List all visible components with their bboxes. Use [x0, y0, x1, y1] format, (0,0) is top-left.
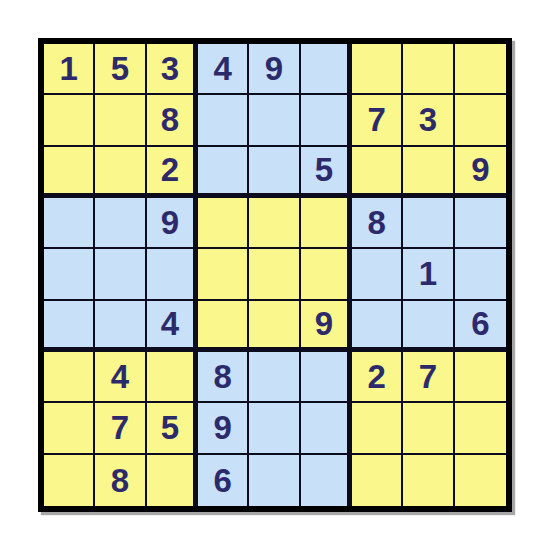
cell-r5c5[interactable] [249, 249, 300, 300]
sudoku-board: 15349873259981496482775986 [38, 38, 512, 512]
cell-r8c8[interactable] [403, 403, 454, 454]
given-digit: 8 [161, 103, 179, 136]
cell-r3c2[interactable] [95, 147, 146, 198]
given-digit: 9 [213, 411, 231, 444]
given-digit: 1 [59, 52, 77, 85]
cell-r6c8[interactable] [403, 301, 454, 352]
cell-r3c8[interactable] [403, 147, 454, 198]
cell-r9c9[interactable] [455, 455, 506, 506]
given-digit: 8 [213, 360, 231, 393]
cell-r4c8[interactable] [403, 198, 454, 249]
cell-r4c1[interactable] [44, 198, 95, 249]
cell-r7c8[interactable]: 7 [403, 352, 454, 403]
given-digit: 3 [419, 103, 437, 136]
cell-r7c1[interactable] [44, 352, 95, 403]
cell-r2c8[interactable]: 3 [403, 95, 454, 146]
cell-r1c4[interactable]: 4 [198, 44, 249, 95]
given-digit: 7 [111, 411, 129, 444]
cell-r2c6[interactable] [301, 95, 352, 146]
given-digit: 4 [111, 360, 129, 393]
given-digit: 8 [111, 464, 129, 497]
given-digit: 7 [419, 360, 437, 393]
cell-r1c2[interactable]: 5 [95, 44, 146, 95]
cell-r7c5[interactable] [249, 352, 300, 403]
given-digit: 1 [419, 257, 437, 290]
cell-r5c4[interactable] [198, 249, 249, 300]
cell-r2c2[interactable] [95, 95, 146, 146]
cell-r2c4[interactable] [198, 95, 249, 146]
cell-r8c1[interactable] [44, 403, 95, 454]
given-digit: 6 [213, 464, 231, 497]
cell-r2c9[interactable] [455, 95, 506, 146]
given-digit: 5 [161, 411, 179, 444]
cell-r4c9[interactable] [455, 198, 506, 249]
cell-r5c1[interactable] [44, 249, 95, 300]
cell-r6c3[interactable]: 4 [147, 301, 198, 352]
cell-r4c5[interactable] [249, 198, 300, 249]
cell-r2c5[interactable] [249, 95, 300, 146]
cell-r6c9[interactable]: 6 [455, 301, 506, 352]
cell-r9c1[interactable] [44, 455, 95, 506]
cell-r8c2[interactable]: 7 [95, 403, 146, 454]
given-digit: 4 [161, 307, 179, 340]
cell-r2c3[interactable]: 8 [147, 95, 198, 146]
given-digit: 9 [265, 52, 283, 85]
cell-r7c7[interactable]: 2 [352, 352, 403, 403]
cell-r8c4[interactable]: 9 [198, 403, 249, 454]
cell-r8c3[interactable]: 5 [147, 403, 198, 454]
cell-r5c2[interactable] [95, 249, 146, 300]
given-digit: 7 [367, 103, 385, 136]
cell-r7c4[interactable]: 8 [198, 352, 249, 403]
cell-r5c3[interactable] [147, 249, 198, 300]
given-digit: 9 [471, 153, 489, 186]
cell-r9c7[interactable] [352, 455, 403, 506]
given-digit: 8 [367, 206, 385, 239]
cell-r5c6[interactable] [301, 249, 352, 300]
cell-r9c2[interactable]: 8 [95, 455, 146, 506]
given-digit: 2 [161, 153, 179, 186]
cell-r1c8[interactable] [403, 44, 454, 95]
cell-r3c6[interactable]: 5 [301, 147, 352, 198]
cell-r9c4[interactable]: 6 [198, 455, 249, 506]
given-digit: 9 [161, 206, 179, 239]
given-digit: 5 [315, 153, 333, 186]
cell-r6c1[interactable] [44, 301, 95, 352]
cell-r9c8[interactable] [403, 455, 454, 506]
cell-r3c4[interactable] [198, 147, 249, 198]
cell-r3c7[interactable] [352, 147, 403, 198]
cell-r5c9[interactable] [455, 249, 506, 300]
cell-r7c6[interactable] [301, 352, 352, 403]
given-digit: 2 [367, 360, 385, 393]
cell-r8c9[interactable] [455, 403, 506, 454]
given-digit: 3 [161, 52, 179, 85]
cell-r3c9[interactable]: 9 [455, 147, 506, 198]
cell-r8c6[interactable] [301, 403, 352, 454]
cell-r8c7[interactable] [352, 403, 403, 454]
given-digit: 4 [213, 52, 231, 85]
cell-r1c9[interactable] [455, 44, 506, 95]
cell-r5c7[interactable] [352, 249, 403, 300]
cell-r7c3[interactable] [147, 352, 198, 403]
cell-r3c3[interactable]: 2 [147, 147, 198, 198]
cell-r1c7[interactable] [352, 44, 403, 95]
cell-r6c2[interactable] [95, 301, 146, 352]
cell-r3c1[interactable] [44, 147, 95, 198]
cell-r3c5[interactable] [249, 147, 300, 198]
cell-r8c5[interactable] [249, 403, 300, 454]
cell-r4c7[interactable]: 8 [352, 198, 403, 249]
page: 15349873259981496482775986 [0, 0, 550, 550]
cell-r5c8[interactable]: 1 [403, 249, 454, 300]
cell-r4c2[interactable] [95, 198, 146, 249]
cell-r1c1[interactable]: 1 [44, 44, 95, 95]
cell-r7c9[interactable] [455, 352, 506, 403]
given-digit: 9 [315, 307, 333, 340]
cell-r9c3[interactable] [147, 455, 198, 506]
cell-r1c5[interactable]: 9 [249, 44, 300, 95]
cell-r4c3[interactable]: 9 [147, 198, 198, 249]
given-digit: 5 [111, 52, 129, 85]
cell-r1c6[interactable] [301, 44, 352, 95]
cell-r6c5[interactable] [249, 301, 300, 352]
cell-r6c7[interactable] [352, 301, 403, 352]
cell-r2c7[interactable]: 7 [352, 95, 403, 146]
cell-r4c6[interactable] [301, 198, 352, 249]
cell-r6c4[interactable] [198, 301, 249, 352]
cell-r1c3[interactable]: 3 [147, 44, 198, 95]
cell-r9c5[interactable] [249, 455, 300, 506]
cell-r2c1[interactable] [44, 95, 95, 146]
given-digit: 6 [471, 307, 489, 340]
cell-r7c2[interactable]: 4 [95, 352, 146, 403]
cell-r9c6[interactable] [301, 455, 352, 506]
cell-r6c6[interactable]: 9 [301, 301, 352, 352]
cell-r4c4[interactable] [198, 198, 249, 249]
